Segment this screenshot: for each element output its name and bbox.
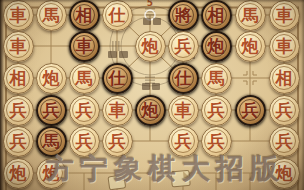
piece-車-light[interactable]: 車	[102, 95, 133, 126]
piece-相-light[interactable]: 相	[3, 63, 34, 94]
piece-character: 炮	[142, 102, 159, 119]
piece-炮-dark[interactable]: 炮	[135, 95, 166, 126]
piece-character: 相	[76, 7, 93, 24]
piece-炮-light[interactable]: 炮	[36, 63, 67, 94]
piece-character: 車	[276, 38, 293, 55]
piece-兵-light[interactable]: 兵	[201, 95, 232, 126]
piece-character: 仕	[109, 70, 126, 87]
piece-character: 兵	[10, 133, 27, 150]
piece-character: 兵	[76, 133, 93, 150]
piece-character: 將	[175, 7, 192, 24]
piece-character: 炮	[208, 38, 225, 55]
piece-character: 相	[276, 70, 293, 87]
piece-炮-light[interactable]: 炮	[3, 158, 34, 189]
piece-character: 兵	[175, 133, 192, 150]
piece-將-dark[interactable]: 將	[168, 0, 199, 31]
piece-character: 車	[109, 102, 126, 119]
piece-character: 馬	[43, 7, 60, 24]
piece-仕-light[interactable]: 仕	[102, 0, 133, 31]
piece-車-light[interactable]: 車	[269, 0, 300, 31]
watermark-title: 方宁象棋大招版	[46, 150, 284, 188]
piece-character: 兵	[208, 102, 225, 119]
piece-character: 炮	[142, 38, 159, 55]
piece-character: 車	[276, 7, 293, 24]
piece-相-dark[interactable]: 相	[69, 0, 100, 31]
piece-character: 兵	[76, 102, 93, 119]
piece-character: 車	[175, 102, 192, 119]
piece-character: 車	[76, 38, 93, 55]
piece-character: 馬	[43, 133, 60, 150]
piece-character: 兵	[109, 133, 126, 150]
piece-相-light[interactable]: 相	[269, 63, 300, 94]
piece-character: 車	[10, 38, 27, 55]
piece-character: 兵	[276, 102, 293, 119]
piece-馬-light[interactable]: 馬	[235, 0, 266, 31]
piece-馬-light[interactable]: 馬	[36, 0, 67, 31]
piece-炮-dark[interactable]: 炮	[201, 31, 232, 62]
piece-兵-light[interactable]: 兵	[269, 95, 300, 126]
piece-炮-light[interactable]: 炮	[235, 31, 266, 62]
piece-character: 仕	[175, 70, 192, 87]
piece-車-light[interactable]: 車	[168, 95, 199, 126]
piece-車-light[interactable]: 車	[269, 31, 300, 62]
piece-兵-light[interactable]: 兵	[168, 31, 199, 62]
piece-character: 炮	[43, 70, 60, 87]
piece-馬-light[interactable]: 馬	[201, 63, 232, 94]
piece-仕-dark[interactable]: 仕	[168, 63, 199, 94]
piece-仕-dark[interactable]: 仕	[102, 63, 133, 94]
piece-兵-dark[interactable]: 兵	[235, 95, 266, 126]
piece-character: 馬	[76, 70, 93, 87]
piece-character: 兵	[10, 102, 27, 119]
piece-character: 相	[208, 7, 225, 24]
piece-character: 炮	[242, 38, 259, 55]
piece-兵-dark[interactable]: 兵	[36, 95, 67, 126]
piece-車-light[interactable]: 車	[3, 0, 34, 31]
piece-character: 馬	[242, 7, 259, 24]
piece-character: 兵	[276, 133, 293, 150]
piece-兵-light[interactable]: 兵	[3, 126, 34, 157]
piece-character: 馬	[208, 70, 225, 87]
piece-character: 車	[10, 7, 27, 24]
piece-兵-light[interactable]: 兵	[3, 95, 34, 126]
piece-character: 兵	[242, 102, 259, 119]
piece-馬-light[interactable]: 馬	[69, 63, 100, 94]
piece-車-dark[interactable]: 車	[69, 31, 100, 62]
piece-character: 仕	[109, 7, 126, 24]
piece-character: 相	[10, 70, 27, 87]
piece-兵-light[interactable]: 兵	[69, 95, 100, 126]
piece-character: 兵	[208, 133, 225, 150]
piece-character: 兵	[43, 102, 60, 119]
xiangqi-game-screen: 5 車馬相仕將相馬車車車炮兵炮炮車相炮馬仕仕馬相兵兵兵車炮車兵兵兵兵馬兵兵兵兵兵…	[0, 0, 304, 190]
piece-炮-light[interactable]: 炮	[135, 31, 166, 62]
piece-車-light[interactable]: 車	[3, 31, 34, 62]
piece-character: 炮	[10, 165, 27, 182]
piece-相-dark[interactable]: 相	[201, 0, 232, 31]
piece-character: 兵	[175, 38, 192, 55]
